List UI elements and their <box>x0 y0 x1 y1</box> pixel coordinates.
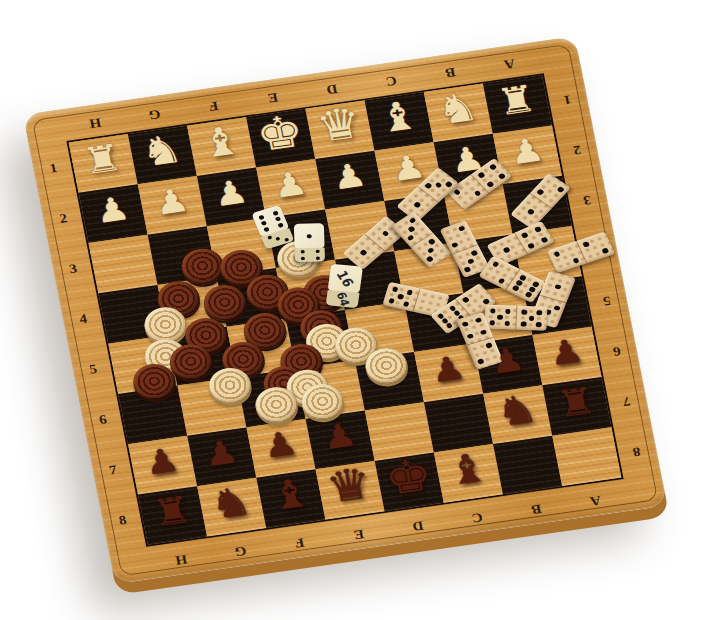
pip <box>536 189 544 196</box>
pip <box>407 235 415 242</box>
pip <box>541 237 548 243</box>
black-bishop-c8[interactable]: ♝ <box>443 443 493 494</box>
pip <box>428 238 436 245</box>
pip <box>492 261 500 267</box>
pip <box>272 210 278 215</box>
pip <box>486 181 494 188</box>
pip <box>471 250 478 256</box>
black-king-d8[interactable]: ♚ <box>380 448 436 505</box>
pip <box>263 227 269 232</box>
pip <box>427 247 435 254</box>
black-pawn-g7[interactable]: ♟ <box>201 432 242 474</box>
pip <box>392 286 399 292</box>
pip <box>315 250 319 253</box>
pip <box>529 316 535 321</box>
pip <box>537 310 543 315</box>
pip <box>467 258 474 264</box>
pip <box>403 301 410 307</box>
domino-2-2[interactable] <box>547 232 615 273</box>
domino-3-3[interactable] <box>391 212 451 268</box>
pip <box>467 333 474 339</box>
white-queen-d1[interactable]: ♛ <box>312 97 366 152</box>
pip <box>277 222 283 227</box>
pip <box>409 217 417 224</box>
black-pawn-a6[interactable]: ♟ <box>546 331 587 373</box>
pip <box>424 182 432 189</box>
pip <box>521 321 527 326</box>
pip <box>498 278 506 284</box>
pip <box>503 247 510 253</box>
white-pawn-g2[interactable]: ♟ <box>151 181 192 223</box>
black-bishop-f8[interactable]: ♝ <box>265 469 315 520</box>
domino-half-5 <box>515 306 548 331</box>
black-knight-g8[interactable]: ♞ <box>206 477 256 528</box>
pip <box>413 201 421 208</box>
pip <box>554 284 561 290</box>
pip <box>267 236 272 240</box>
pip <box>359 249 367 256</box>
pip <box>572 257 579 263</box>
pip <box>553 305 560 311</box>
pip <box>582 241 589 247</box>
pip <box>464 267 471 273</box>
pip <box>284 238 289 242</box>
pip <box>527 208 535 215</box>
white-knight-g1[interactable]: ♞ <box>137 125 187 176</box>
chessboard: HGFEDCBAHGFEDCBA1234567812345678 16 64 ♜… <box>23 36 668 584</box>
die-showing-1[interactable] <box>294 223 325 262</box>
pip <box>480 329 487 335</box>
pip <box>453 189 461 196</box>
pip <box>388 298 395 304</box>
black-rook-a7[interactable]: ♜ <box>553 378 599 425</box>
white-pawn-e2[interactable]: ♟ <box>269 164 310 206</box>
white-pawn-h2[interactable]: ♟ <box>92 189 133 231</box>
pip <box>408 226 416 233</box>
die-front-face <box>295 248 325 262</box>
pip <box>258 215 264 220</box>
pip <box>490 308 496 313</box>
pip <box>505 321 511 326</box>
white-pawn-f2[interactable]: ♟ <box>210 172 251 214</box>
pip <box>475 317 482 323</box>
white-knight-b1[interactable]: ♞ <box>433 83 483 134</box>
white-pawn-a2[interactable]: ♟ <box>506 130 547 172</box>
pip <box>445 322 453 329</box>
white-king-e1[interactable]: ♚ <box>252 105 308 162</box>
die-top-face <box>294 223 325 249</box>
white-bishop-f1[interactable]: ♝ <box>196 117 246 168</box>
doubling-cube-top-face: 16 <box>328 264 363 294</box>
pip <box>452 242 459 248</box>
pip <box>527 243 534 249</box>
pip <box>512 285 520 291</box>
pip <box>536 322 542 327</box>
white-pawn-d2[interactable]: ♟ <box>329 156 370 198</box>
pip <box>521 232 528 238</box>
pip <box>478 359 485 365</box>
pip <box>497 315 503 320</box>
pip <box>489 164 497 171</box>
scene: HGFEDCBAHGFEDCBA1234567812345678 16 64 ♜… <box>0 0 720 620</box>
game-items-layer: 16 64 ♜♞♝♚♛♝♞♜♟♟♟♟♟♟♟♟♜♞♝♛♚♝♞♜♟♟♟♟♟♟♟ <box>23 36 668 584</box>
pip <box>534 226 541 232</box>
pip <box>300 257 304 260</box>
pip <box>525 291 533 297</box>
black-pawn-c6[interactable]: ♟ <box>427 348 468 390</box>
black-rook-h8[interactable]: ♜ <box>149 488 195 535</box>
pip <box>382 230 390 237</box>
black-pawn-e7[interactable]: ♟ <box>319 415 360 457</box>
pip <box>477 172 485 179</box>
black-pawn-f7[interactable]: ♟ <box>260 424 301 466</box>
pip <box>307 234 312 238</box>
black-queen-e8[interactable]: ♛ <box>322 458 376 513</box>
white-rook-a1[interactable]: ♜ <box>493 77 539 124</box>
pip <box>426 256 434 263</box>
pip <box>260 221 266 226</box>
pip <box>505 309 511 314</box>
pip <box>274 216 280 221</box>
board-wrap: HGFEDCBAHGFEDCBA1234567812345678 16 64 ♜… <box>23 36 668 584</box>
pip <box>407 290 414 296</box>
pip <box>521 310 527 315</box>
pip <box>445 181 453 188</box>
domino-half-5 <box>484 305 516 330</box>
white-rook-h1[interactable]: ♜ <box>79 136 125 183</box>
black-pawn-b6[interactable]: ♟ <box>487 340 528 382</box>
domino-5-5[interactable] <box>484 305 547 331</box>
pip <box>489 320 495 325</box>
doubling-cube-top-value: 16 <box>334 268 357 289</box>
pip <box>474 190 482 197</box>
pip <box>300 250 304 253</box>
pip <box>315 256 319 259</box>
pip <box>498 173 506 180</box>
black-knight-b7[interactable]: ♞ <box>492 385 542 436</box>
pip <box>458 225 465 231</box>
pip <box>557 186 565 193</box>
pip <box>462 296 470 303</box>
pip <box>435 182 443 189</box>
pip <box>462 321 469 327</box>
pip <box>275 237 280 241</box>
white-bishop-c1[interactable]: ♝ <box>373 91 423 142</box>
pip <box>553 251 560 257</box>
black-pawn-h7[interactable]: ♟ <box>141 441 182 483</box>
doubling-cube[interactable]: 16 64 <box>326 264 363 308</box>
pip <box>397 294 404 300</box>
pip <box>602 248 609 254</box>
doubling-cube-front-value: 64 <box>333 290 352 307</box>
doubling-cube-front-face: 64 <box>326 290 360 308</box>
